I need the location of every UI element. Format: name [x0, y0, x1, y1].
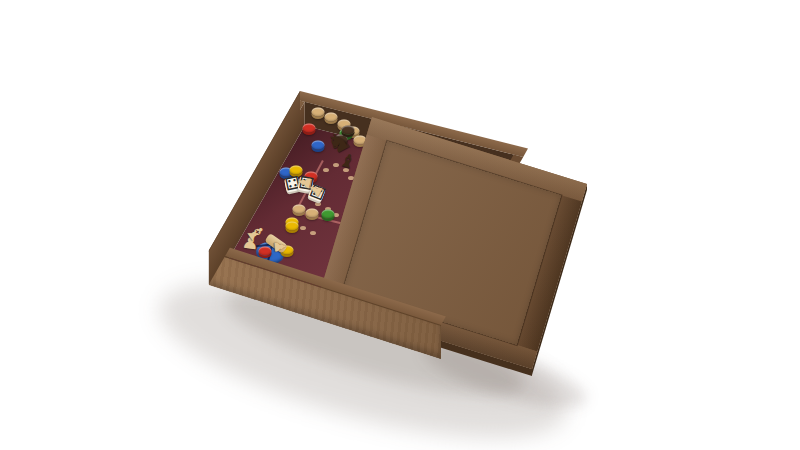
ludo-token-red[interactable] — [303, 124, 316, 133]
checker-piece[interactable] — [306, 209, 319, 218]
printed-track-dot — [323, 168, 329, 172]
printed-track-dot — [310, 231, 316, 235]
checker-piece[interactable] — [293, 205, 306, 214]
ludo-token-red[interactable] — [259, 247, 272, 256]
printed-track-dot — [300, 226, 306, 230]
ludo-token-green[interactable] — [322, 210, 335, 219]
checker-piece[interactable] — [312, 108, 325, 117]
product-photo-game-box: ⚃⚄⚂♞♝♟♟♟♝♟ — [0, 0, 800, 450]
light-pawn[interactable]: ♟ — [271, 240, 287, 255]
checker-piece[interactable] — [325, 113, 338, 122]
ludo-token-yellow[interactable] — [286, 222, 299, 231]
ludo-token-blue[interactable] — [312, 141, 325, 150]
